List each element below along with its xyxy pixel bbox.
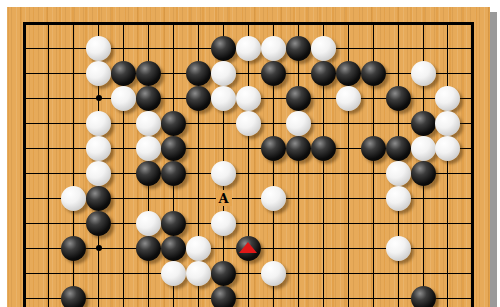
stone-black <box>111 61 136 86</box>
stone-white <box>286 111 311 136</box>
grid-line-vertical <box>73 22 74 307</box>
stone-white <box>86 36 111 61</box>
stone-black <box>161 111 186 136</box>
stone-white <box>386 186 411 211</box>
stone-white <box>86 61 111 86</box>
stone-black <box>61 236 86 261</box>
star-point <box>96 245 102 251</box>
stone-white <box>435 86 460 111</box>
stone-black <box>136 236 161 261</box>
go-app-screen: A <box>0 0 500 307</box>
stone-white <box>435 136 460 161</box>
stone-black <box>211 261 236 286</box>
stone-white <box>186 261 211 286</box>
stone-black <box>361 61 386 86</box>
stone-white <box>211 61 236 86</box>
grid-line-vertical <box>23 22 26 307</box>
stone-black <box>161 211 186 236</box>
stone-black <box>86 211 111 236</box>
stone-black <box>161 236 186 261</box>
stone-white <box>261 36 286 61</box>
grid-line-vertical <box>447 22 448 307</box>
stone-black <box>136 86 161 111</box>
stone-white <box>111 86 136 111</box>
stone-white <box>136 136 161 161</box>
stone-black <box>361 136 386 161</box>
grid-line-vertical <box>471 22 474 307</box>
stone-white <box>261 261 286 286</box>
stone-black <box>286 136 311 161</box>
grid-line-horizontal <box>23 273 475 274</box>
stone-white <box>136 211 161 236</box>
stone-white <box>136 111 161 136</box>
stone-black <box>86 186 111 211</box>
stone-white <box>86 161 111 186</box>
stone-white <box>386 161 411 186</box>
stone-white <box>186 236 211 261</box>
stone-black <box>411 286 436 307</box>
stone-black <box>211 286 236 307</box>
point-label: A <box>216 190 232 206</box>
stone-white <box>311 36 336 61</box>
stone-black <box>386 86 411 111</box>
stone-white <box>161 261 186 286</box>
stone-black <box>186 61 211 86</box>
stone-white <box>236 86 261 111</box>
stone-white <box>86 136 111 161</box>
board-shadow <box>490 12 497 307</box>
stone-white <box>261 186 286 211</box>
stone-white <box>411 136 436 161</box>
stone-white <box>336 86 361 111</box>
triangle-marker <box>239 242 257 253</box>
stone-white <box>236 36 261 61</box>
grid-line-vertical <box>298 22 299 307</box>
stone-black <box>211 36 236 61</box>
stone-black <box>261 136 286 161</box>
grid-line-horizontal <box>23 298 475 299</box>
stone-white <box>411 61 436 86</box>
grid-line-vertical <box>48 22 49 307</box>
stone-black <box>61 286 86 307</box>
stone-black <box>161 136 186 161</box>
star-point <box>96 95 102 101</box>
stone-black <box>411 111 436 136</box>
stone-white <box>211 161 236 186</box>
stone-black <box>261 61 286 86</box>
stone-black <box>136 161 161 186</box>
grid-line-vertical <box>248 22 249 307</box>
stone-white <box>211 86 236 111</box>
stone-black <box>386 136 411 161</box>
stone-white <box>236 111 261 136</box>
stone-white <box>211 211 236 236</box>
grid-line-horizontal <box>23 22 475 25</box>
stone-black <box>311 61 336 86</box>
stone-black <box>286 86 311 111</box>
stone-black <box>411 161 436 186</box>
stone-black <box>336 61 361 86</box>
stone-white <box>86 111 111 136</box>
stone-black <box>161 161 186 186</box>
stone-black <box>186 86 211 111</box>
stone-white <box>435 111 460 136</box>
stone-black <box>236 236 261 261</box>
go-board[interactable]: A <box>7 7 490 307</box>
stone-white <box>386 236 411 261</box>
stone-black <box>311 136 336 161</box>
stone-black <box>136 61 161 86</box>
stone-black <box>286 36 311 61</box>
stone-white <box>61 186 86 211</box>
